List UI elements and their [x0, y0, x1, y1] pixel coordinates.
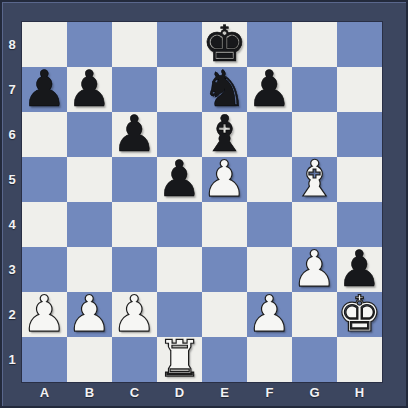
square-h6[interactable] — [337, 112, 382, 157]
square-c5[interactable] — [112, 157, 157, 202]
square-h8[interactable] — [337, 22, 382, 67]
rank-label-4: 4 — [2, 202, 22, 247]
file-label-c: C — [112, 382, 157, 404]
square-b2[interactable]: ♟︎ — [67, 292, 112, 337]
square-f6[interactable] — [247, 112, 292, 157]
file-label-a: A — [22, 382, 67, 404]
rank-label-1: 1 — [2, 337, 22, 382]
square-c8[interactable] — [112, 22, 157, 67]
piece-white-pawn[interactable]: ♟︎ — [112, 292, 157, 337]
piece-white-rook[interactable]: ♜︎ — [157, 337, 202, 382]
rank-label-7: 7 — [2, 67, 22, 112]
file-label-d: D — [157, 382, 202, 404]
piece-white-pawn[interactable]: ♟︎ — [67, 292, 112, 337]
square-e2[interactable] — [202, 292, 247, 337]
square-g8[interactable] — [292, 22, 337, 67]
file-label-f: F — [247, 382, 292, 404]
square-h2[interactable]: ♚︎ — [337, 292, 382, 337]
piece-black-pawn[interactable]: ♟︎ — [67, 67, 112, 112]
square-d8[interactable] — [157, 22, 202, 67]
square-h5[interactable] — [337, 157, 382, 202]
piece-white-king[interactable]: ♚︎ — [337, 292, 382, 337]
piece-white-pawn[interactable]: ♟︎ — [202, 157, 247, 202]
square-b7[interactable]: ♟︎ — [67, 67, 112, 112]
chessboard-frame: ♚︎♟︎♟︎♞︎♟︎♟︎♝︎♟︎♟︎♝︎♟︎♟︎♟︎♟︎♟︎♟︎♚︎♜︎ 876… — [0, 0, 408, 408]
file-label-b: B — [67, 382, 112, 404]
square-a1[interactable] — [22, 337, 67, 382]
square-e4[interactable] — [202, 202, 247, 247]
square-h1[interactable] — [337, 337, 382, 382]
rank-label-8: 8 — [2, 22, 22, 67]
square-b6[interactable] — [67, 112, 112, 157]
piece-black-pawn[interactable]: ♟︎ — [112, 112, 157, 157]
piece-white-bishop[interactable]: ♝︎ — [292, 157, 337, 202]
piece-white-pawn[interactable]: ♟︎ — [22, 292, 67, 337]
square-e1[interactable] — [202, 337, 247, 382]
square-b4[interactable] — [67, 202, 112, 247]
square-a4[interactable] — [22, 202, 67, 247]
square-h7[interactable] — [337, 67, 382, 112]
square-a2[interactable]: ♟︎ — [22, 292, 67, 337]
rank-label-3: 3 — [2, 247, 22, 292]
square-d1[interactable]: ♜︎ — [157, 337, 202, 382]
square-a6[interactable] — [22, 112, 67, 157]
square-b5[interactable] — [67, 157, 112, 202]
square-c6[interactable]: ♟︎ — [112, 112, 157, 157]
square-b1[interactable] — [67, 337, 112, 382]
rank-label-6: 6 — [2, 112, 22, 157]
square-f7[interactable]: ♟︎ — [247, 67, 292, 112]
piece-white-pawn[interactable]: ♟︎ — [292, 247, 337, 292]
square-d4[interactable] — [157, 202, 202, 247]
square-d7[interactable] — [157, 67, 202, 112]
square-g7[interactable] — [292, 67, 337, 112]
square-d3[interactable] — [157, 247, 202, 292]
piece-black-pawn[interactable]: ♟︎ — [157, 157, 202, 202]
square-a7[interactable]: ♟︎ — [22, 67, 67, 112]
square-f4[interactable] — [247, 202, 292, 247]
square-f5[interactable] — [247, 157, 292, 202]
file-label-g: G — [292, 382, 337, 404]
piece-white-pawn[interactable]: ♟︎ — [247, 292, 292, 337]
square-f2[interactable]: ♟︎ — [247, 292, 292, 337]
square-c1[interactable] — [112, 337, 157, 382]
chess-board: ♚︎♟︎♟︎♞︎♟︎♟︎♝︎♟︎♟︎♝︎♟︎♟︎♟︎♟︎♟︎♟︎♚︎♜︎ — [22, 22, 382, 382]
square-e3[interactable] — [202, 247, 247, 292]
rank-label-2: 2 — [2, 292, 22, 337]
square-e5[interactable]: ♟︎ — [202, 157, 247, 202]
rank-label-5: 5 — [2, 157, 22, 202]
file-label-e: E — [202, 382, 247, 404]
square-d5[interactable]: ♟︎ — [157, 157, 202, 202]
piece-black-pawn[interactable]: ♟︎ — [247, 67, 292, 112]
square-g1[interactable] — [292, 337, 337, 382]
file-label-h: H — [337, 382, 382, 404]
piece-black-pawn[interactable]: ♟︎ — [22, 67, 67, 112]
square-g2[interactable] — [292, 292, 337, 337]
square-f1[interactable] — [247, 337, 292, 382]
square-g5[interactable]: ♝︎ — [292, 157, 337, 202]
square-c2[interactable]: ♟︎ — [112, 292, 157, 337]
square-c4[interactable] — [112, 202, 157, 247]
square-a5[interactable] — [22, 157, 67, 202]
square-g3[interactable]: ♟︎ — [292, 247, 337, 292]
